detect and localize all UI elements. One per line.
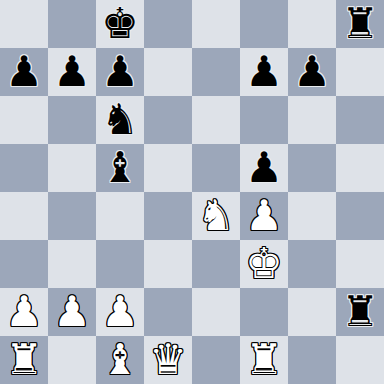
square-e2[interactable]: [192, 288, 240, 336]
square-g4[interactable]: [288, 192, 336, 240]
square-g5[interactable]: [288, 144, 336, 192]
square-a5[interactable]: [0, 144, 48, 192]
piece-black-king[interactable]: ♚: [101, 0, 139, 48]
piece-white-knight[interactable]: ♞: [197, 192, 235, 240]
square-h8[interactable]: ♜: [336, 0, 384, 48]
square-f1[interactable]: ♜: [240, 336, 288, 384]
piece-black-bishop[interactable]: ♝: [101, 144, 139, 192]
square-h5[interactable]: [336, 144, 384, 192]
square-b1[interactable]: [48, 336, 96, 384]
piece-black-rook[interactable]: ♜: [341, 0, 379, 48]
piece-black-pawn[interactable]: ♟: [245, 48, 283, 96]
square-h7[interactable]: [336, 48, 384, 96]
square-e4[interactable]: ♞: [192, 192, 240, 240]
square-c6[interactable]: ♞: [96, 96, 144, 144]
piece-black-pawn[interactable]: ♟: [5, 48, 43, 96]
square-c2[interactable]: ♟: [96, 288, 144, 336]
square-e5[interactable]: [192, 144, 240, 192]
square-g1[interactable]: [288, 336, 336, 384]
square-e1[interactable]: [192, 336, 240, 384]
piece-black-pawn[interactable]: ♟: [245, 144, 283, 192]
square-d8[interactable]: [144, 0, 192, 48]
square-c4[interactable]: [96, 192, 144, 240]
piece-white-rook[interactable]: ♜: [245, 336, 283, 384]
square-h6[interactable]: [336, 96, 384, 144]
piece-black-rook[interactable]: ♜: [341, 288, 379, 336]
square-g3[interactable]: [288, 240, 336, 288]
square-c5[interactable]: ♝: [96, 144, 144, 192]
square-e6[interactable]: [192, 96, 240, 144]
square-c8[interactable]: ♚: [96, 0, 144, 48]
square-h2[interactable]: ♜: [336, 288, 384, 336]
square-b4[interactable]: [48, 192, 96, 240]
square-b7[interactable]: ♟: [48, 48, 96, 96]
square-a2[interactable]: ♟: [0, 288, 48, 336]
square-b8[interactable]: [48, 0, 96, 48]
square-d1[interactable]: ♛: [144, 336, 192, 384]
square-c3[interactable]: [96, 240, 144, 288]
square-d7[interactable]: [144, 48, 192, 96]
square-e3[interactable]: [192, 240, 240, 288]
square-g2[interactable]: [288, 288, 336, 336]
square-h3[interactable]: [336, 240, 384, 288]
piece-white-pawn[interactable]: ♟: [53, 288, 91, 336]
square-d5[interactable]: [144, 144, 192, 192]
square-a8[interactable]: [0, 0, 48, 48]
square-f2[interactable]: [240, 288, 288, 336]
square-c7[interactable]: ♟: [96, 48, 144, 96]
square-d2[interactable]: [144, 288, 192, 336]
square-f5[interactable]: ♟: [240, 144, 288, 192]
square-a7[interactable]: ♟: [0, 48, 48, 96]
square-e7[interactable]: [192, 48, 240, 96]
square-b6[interactable]: [48, 96, 96, 144]
square-f3[interactable]: ♚: [240, 240, 288, 288]
piece-white-pawn[interactable]: ♟: [101, 288, 139, 336]
piece-white-queen[interactable]: ♛: [149, 336, 187, 384]
square-a6[interactable]: [0, 96, 48, 144]
piece-white-pawn[interactable]: ♟: [5, 288, 43, 336]
piece-white-rook[interactable]: ♜: [5, 336, 43, 384]
piece-white-pawn[interactable]: ♟: [245, 192, 283, 240]
square-e8[interactable]: [192, 0, 240, 48]
square-b2[interactable]: ♟: [48, 288, 96, 336]
square-g8[interactable]: [288, 0, 336, 48]
square-f7[interactable]: ♟: [240, 48, 288, 96]
chess-board-wrapper: ♚♜♟♟♟♟♟♞♝♟♞♟♚♟♟♟♜♜♝♛♜: [0, 0, 384, 384]
square-g6[interactable]: [288, 96, 336, 144]
square-h4[interactable]: [336, 192, 384, 240]
piece-black-pawn[interactable]: ♟: [293, 48, 331, 96]
square-d4[interactable]: [144, 192, 192, 240]
square-f6[interactable]: [240, 96, 288, 144]
square-h1[interactable]: [336, 336, 384, 384]
square-a4[interactable]: [0, 192, 48, 240]
square-f8[interactable]: [240, 0, 288, 48]
square-a1[interactable]: ♜: [0, 336, 48, 384]
chess-board: ♚♜♟♟♟♟♟♞♝♟♞♟♚♟♟♟♜♜♝♛♜: [0, 0, 384, 384]
square-f4[interactable]: ♟: [240, 192, 288, 240]
piece-white-king[interactable]: ♚: [245, 240, 283, 288]
square-b5[interactable]: [48, 144, 96, 192]
piece-black-pawn[interactable]: ♟: [53, 48, 91, 96]
square-b3[interactable]: [48, 240, 96, 288]
square-d6[interactable]: [144, 96, 192, 144]
square-g7[interactable]: ♟: [288, 48, 336, 96]
square-d3[interactable]: [144, 240, 192, 288]
piece-black-knight[interactable]: ♞: [101, 96, 139, 144]
square-a3[interactable]: [0, 240, 48, 288]
piece-white-bishop[interactable]: ♝: [101, 336, 139, 384]
square-c1[interactable]: ♝: [96, 336, 144, 384]
piece-black-pawn[interactable]: ♟: [101, 48, 139, 96]
